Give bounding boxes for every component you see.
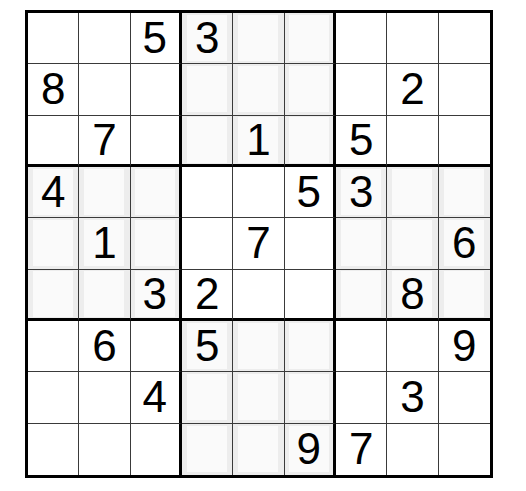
empty-cell-space: [238, 66, 278, 112]
cell-r7c4[interactable]: 5: [182, 321, 233, 372]
empty-cell-space: [238, 15, 278, 61]
digit: 1: [238, 117, 278, 163]
empty-cell-space: [444, 117, 484, 163]
digit: 5: [187, 323, 227, 369]
cell-r8c1[interactable]: [28, 372, 79, 423]
cell-r5c3[interactable]: [131, 218, 182, 269]
cell-r1c9[interactable]: [439, 13, 490, 64]
cell-r3c4[interactable]: [182, 116, 233, 167]
empty-cell-space: [392, 117, 432, 163]
digit: 6: [444, 220, 484, 266]
empty-cell-space: [392, 169, 432, 215]
cell-r8c9[interactable]: [439, 372, 490, 423]
cell-r9c5[interactable]: [233, 424, 284, 475]
empty-cell-space: [392, 426, 432, 472]
cell-r6c6[interactable]: [285, 270, 336, 321]
cell-r5c4[interactable]: [182, 218, 233, 269]
cell-r1c2[interactable]: [79, 13, 130, 64]
cell-r1c6[interactable]: [285, 13, 336, 64]
cell-r2c4[interactable]: [182, 64, 233, 115]
cell-r5c2[interactable]: 1: [79, 218, 130, 269]
empty-cell-space: [187, 426, 227, 472]
empty-cell-space: [289, 323, 329, 369]
empty-cell-space: [84, 374, 124, 420]
empty-cell-space: [392, 323, 432, 369]
cell-r9c8[interactable]: [387, 424, 438, 475]
empty-cell-space: [33, 15, 73, 61]
cell-r8c4[interactable]: [182, 372, 233, 423]
cell-r5c1[interactable]: [28, 218, 79, 269]
cell-r2c2[interactable]: [79, 64, 130, 115]
empty-cell-space: [238, 374, 278, 420]
cell-r7c3[interactable]: [131, 321, 182, 372]
cell-r7c2[interactable]: 6: [79, 321, 130, 372]
cell-r9c3[interactable]: [131, 424, 182, 475]
cell-r5c8[interactable]: [387, 218, 438, 269]
digit: 3: [135, 271, 175, 317]
empty-cell-space: [135, 169, 175, 215]
empty-cell-space: [289, 374, 329, 420]
cell-r6c9[interactable]: [439, 270, 490, 321]
cell-r4c9[interactable]: [439, 167, 490, 218]
digit: 2: [187, 271, 227, 317]
empty-cell-space: [187, 220, 227, 266]
empty-cell-space: [238, 426, 278, 472]
cell-r7c5[interactable]: [233, 321, 284, 372]
cell-r8c5[interactable]: [233, 372, 284, 423]
cell-r8c2[interactable]: [79, 372, 130, 423]
cell-r2c3[interactable]: [131, 64, 182, 115]
cell-r6c8[interactable]: 8: [387, 270, 438, 321]
cell-r8c8[interactable]: 3: [387, 372, 438, 423]
cell-r6c5[interactable]: [233, 270, 284, 321]
digit: 9: [289, 426, 329, 472]
cell-r2c8[interactable]: 2: [387, 64, 438, 115]
cell-r8c6[interactable]: [285, 372, 336, 423]
cell-r1c1[interactable]: [28, 13, 79, 64]
cell-r1c3[interactable]: 5: [131, 13, 182, 64]
empty-cell-space: [289, 220, 329, 266]
cell-r9c6[interactable]: 9: [285, 424, 336, 475]
empty-cell-space: [341, 15, 381, 61]
cell-r4c6[interactable]: 5: [285, 167, 336, 218]
cell-r6c1[interactable]: [28, 270, 79, 321]
empty-cell-space: [444, 374, 484, 420]
digit: 4: [33, 169, 73, 215]
cell-r2c1[interactable]: 8: [28, 64, 79, 115]
cell-r9c7[interactable]: 7: [336, 424, 387, 475]
digit: 8: [33, 66, 73, 112]
empty-cell-space: [33, 426, 73, 472]
empty-cell-space: [84, 169, 124, 215]
cell-r6c7[interactable]: [336, 270, 387, 321]
digit: 3: [392, 374, 432, 420]
cell-r5c6[interactable]: [285, 218, 336, 269]
cell-r3c6[interactable]: [285, 116, 336, 167]
cell-r7c9[interactable]: 9: [439, 321, 490, 372]
empty-cell-space: [84, 15, 124, 61]
cell-r7c6[interactable]: [285, 321, 336, 372]
empty-cell-space: [187, 117, 227, 163]
sudoku-board: 53827154531763286594397: [25, 10, 493, 478]
cell-r4c5[interactable]: [233, 167, 284, 218]
empty-cell-space: [444, 426, 484, 472]
empty-cell-space: [84, 271, 124, 317]
empty-cell-space: [444, 66, 484, 112]
empty-cell-space: [341, 374, 381, 420]
empty-cell-space: [341, 66, 381, 112]
digit: 3: [341, 169, 381, 215]
digit: 9: [444, 323, 484, 369]
cell-r5c9[interactable]: 6: [439, 218, 490, 269]
empty-cell-space: [135, 220, 175, 266]
digit: 7: [84, 117, 124, 163]
cell-r3c8[interactable]: [387, 116, 438, 167]
empty-cell-space: [444, 271, 484, 317]
cell-r1c7[interactable]: [336, 13, 387, 64]
cell-r7c1[interactable]: [28, 321, 79, 372]
cell-r5c5[interactable]: 7: [233, 218, 284, 269]
digit: 5: [289, 169, 329, 215]
empty-cell-space: [289, 66, 329, 112]
cell-r2c6[interactable]: [285, 64, 336, 115]
empty-cell-space: [135, 323, 175, 369]
cell-r3c7[interactable]: 5: [336, 116, 387, 167]
cell-r3c5[interactable]: 1: [233, 116, 284, 167]
empty-cell-space: [444, 15, 484, 61]
cell-r6c3[interactable]: 3: [131, 270, 182, 321]
empty-cell-space: [289, 117, 329, 163]
empty-cell-space: [33, 271, 73, 317]
empty-cell-space: [238, 271, 278, 317]
cell-r5c7[interactable]: [336, 218, 387, 269]
cell-r9c9[interactable]: [439, 424, 490, 475]
cell-r2c7[interactable]: [336, 64, 387, 115]
cell-r7c8[interactable]: [387, 321, 438, 372]
empty-cell-space: [33, 220, 73, 266]
empty-cell-space: [187, 66, 227, 112]
cell-r8c7[interactable]: [336, 372, 387, 423]
cell-r8c3[interactable]: 4: [131, 372, 182, 423]
digit: 1: [84, 220, 124, 266]
cell-r3c9[interactable]: [439, 116, 490, 167]
empty-cell-space: [135, 66, 175, 112]
digit: 8: [392, 271, 432, 317]
digit: 6: [84, 323, 124, 369]
empty-cell-space: [289, 15, 329, 61]
cell-r3c3[interactable]: [131, 116, 182, 167]
cell-r3c1[interactable]: [28, 116, 79, 167]
cell-r9c1[interactable]: [28, 424, 79, 475]
empty-cell-space: [33, 374, 73, 420]
empty-cell-space: [135, 117, 175, 163]
empty-cell-space: [33, 117, 73, 163]
empty-cell-space: [289, 271, 329, 317]
digit: 2: [392, 66, 432, 112]
empty-cell-space: [84, 66, 124, 112]
cell-r4c2[interactable]: [79, 167, 130, 218]
cell-r4c1[interactable]: 4: [28, 167, 79, 218]
cell-r1c4[interactable]: 3: [182, 13, 233, 64]
cell-r6c4[interactable]: 2: [182, 270, 233, 321]
cell-r7c7[interactable]: [336, 321, 387, 372]
digit: 7: [238, 220, 278, 266]
cell-r1c5[interactable]: [233, 13, 284, 64]
empty-cell-space: [187, 374, 227, 420]
cell-r4c4[interactable]: [182, 167, 233, 218]
empty-cell-space: [341, 271, 381, 317]
empty-cell-space: [238, 169, 278, 215]
empty-cell-space: [33, 323, 73, 369]
empty-cell-space: [392, 220, 432, 266]
cell-r6c2[interactable]: [79, 270, 130, 321]
empty-cell-space: [444, 169, 484, 215]
cell-r9c2[interactable]: [79, 424, 130, 475]
digit: 4: [135, 374, 175, 420]
empty-cell-space: [341, 220, 381, 266]
cell-r4c3[interactable]: [131, 167, 182, 218]
cell-r2c5[interactable]: [233, 64, 284, 115]
empty-cell-space: [238, 323, 278, 369]
empty-cell-space: [392, 15, 432, 61]
digit: 5: [341, 117, 381, 163]
digit: 7: [341, 426, 381, 472]
empty-cell-space: [187, 169, 227, 215]
cell-r4c8[interactable]: [387, 167, 438, 218]
empty-cell-space: [341, 323, 381, 369]
empty-cell-space: [135, 426, 175, 472]
cell-r3c2[interactable]: 7: [79, 116, 130, 167]
cell-r2c9[interactable]: [439, 64, 490, 115]
cell-r1c8[interactable]: [387, 13, 438, 64]
empty-cell-space: [84, 426, 124, 472]
digit: 5: [135, 15, 175, 61]
cell-r4c7[interactable]: 3: [336, 167, 387, 218]
digit: 3: [187, 15, 227, 61]
cell-r9c4[interactable]: [182, 424, 233, 475]
